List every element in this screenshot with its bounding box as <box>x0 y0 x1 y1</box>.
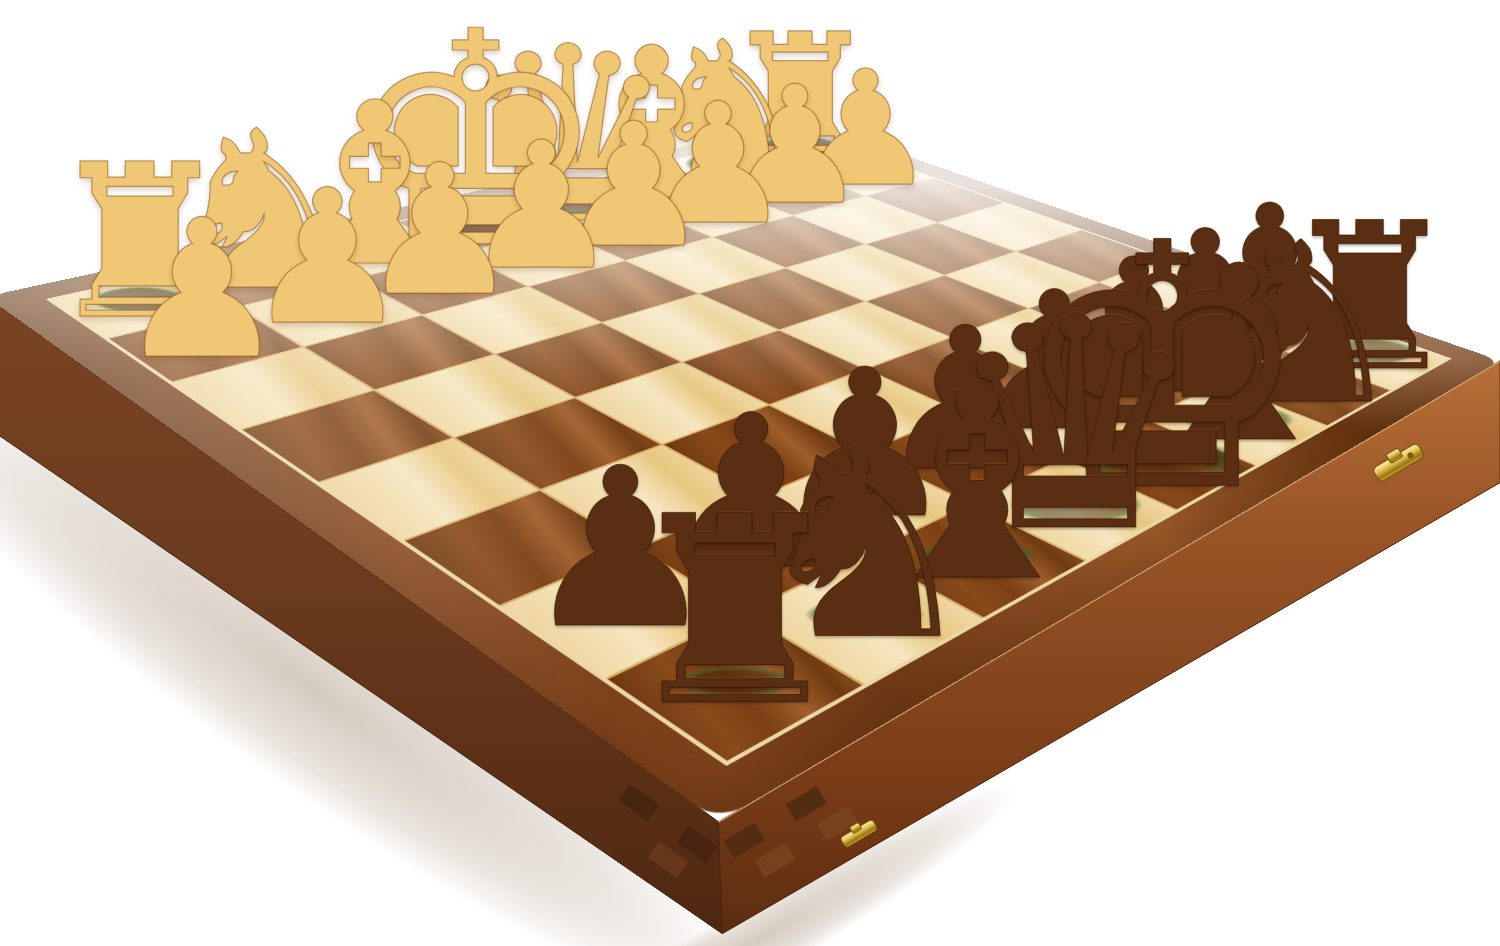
finger-joint <box>618 784 659 821</box>
finger-joint <box>817 806 858 842</box>
finger-joint <box>647 841 688 878</box>
finger-joint <box>786 786 827 822</box>
piece-black-rook[interactable]: ♜︎ <box>619 483 851 742</box>
finger-joint <box>724 823 765 859</box>
brass-clasp-icon <box>838 815 878 848</box>
finger-joint <box>677 826 718 863</box>
piece-white-pawn[interactable]: ♟︎ <box>116 194 288 385</box>
finger-joint <box>755 842 796 878</box>
chess-set-photo: ♜︎♞︎♝︎♛︎♚︎♝︎♞︎♜︎♟︎♟︎♟︎♟︎♟︎♟︎♟︎♟︎♟︎♟︎♟︎♟︎… <box>0 0 1500 946</box>
